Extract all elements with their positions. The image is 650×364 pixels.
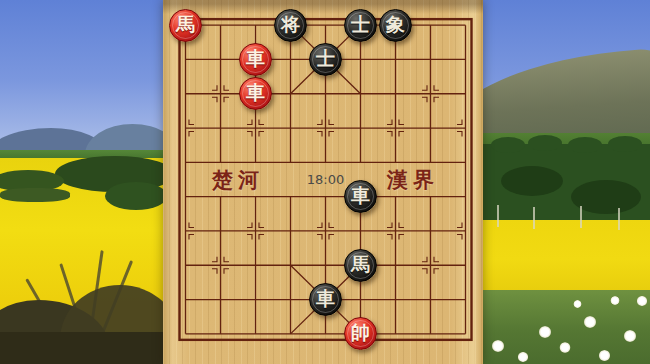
piece-character: 帥: [351, 323, 370, 342]
black-elephant-piece[interactable]: 象: [379, 9, 412, 42]
pieces-layer[interactable]: 馬将士象車士車車馬車帥: [168, 8, 483, 351]
piece-character: 象: [386, 15, 405, 34]
daisy-flower: [491, 340, 505, 352]
piece-character: 馬: [176, 15, 195, 34]
daisy-flower: [517, 352, 529, 362]
daisy-flower: [623, 330, 637, 342]
red-general-piece[interactable]: 帥: [344, 317, 377, 350]
grass-foreground: [483, 290, 650, 364]
tree-clump: [105, 182, 163, 210]
fence-post: [497, 205, 499, 227]
left-landscape: [0, 0, 163, 364]
tree-shadow: [501, 166, 563, 196]
red-chariot-1-piece[interactable]: 車: [239, 43, 272, 76]
daisy-flower: [559, 342, 571, 353]
rapeseed-field: [483, 220, 650, 298]
red-chariot-2-piece[interactable]: 車: [239, 77, 272, 110]
piece-character: 士: [351, 15, 370, 34]
treetop: [491, 137, 525, 153]
black-advisor-2-piece[interactable]: 士: [309, 43, 342, 76]
red-horse-piece[interactable]: 馬: [169, 9, 202, 42]
right-landscape: [483, 0, 650, 364]
shrub-silhouette: [0, 332, 163, 364]
piece-character: 士: [316, 49, 335, 68]
piece-character: 車: [246, 49, 265, 68]
daisy-flower: [610, 296, 620, 305]
fence-post: [618, 208, 620, 230]
black-horse-piece[interactable]: 馬: [344, 249, 377, 282]
fence-post: [533, 207, 535, 229]
piece-character: 将: [281, 15, 300, 34]
daisy-flower: [538, 326, 552, 338]
fence-post: [580, 206, 582, 228]
tree-clump: [0, 188, 70, 202]
board-panel: 楚河 漢界 18:00 馬将士象車士車車馬車帥: [163, 0, 483, 364]
piece-character: 馬: [351, 255, 370, 274]
black-chariot-1-piece[interactable]: 車: [344, 180, 377, 213]
daisy-flower: [583, 316, 597, 328]
black-advisor-1-piece[interactable]: 士: [344, 9, 377, 42]
forest-band: [483, 144, 650, 224]
treetop: [528, 135, 562, 151]
black-general-piece[interactable]: 将: [274, 9, 307, 42]
black-chariot-2-piece[interactable]: 車: [309, 283, 342, 316]
treetop: [608, 136, 642, 152]
piece-character: 車: [246, 83, 265, 102]
treetop: [568, 137, 602, 153]
screenshot-root: 楚河 漢界 18:00 馬将士象車士車車馬車帥: [0, 0, 650, 364]
daisy-flower: [573, 300, 582, 308]
daisy-flower: [636, 296, 648, 306]
piece-character: 車: [351, 186, 370, 205]
piece-character: 車: [316, 289, 335, 308]
xiangqi-board: 楚河 漢界 18:00 馬将士象車士車車馬車帥: [168, 8, 483, 351]
daisy-flower: [598, 350, 611, 361]
